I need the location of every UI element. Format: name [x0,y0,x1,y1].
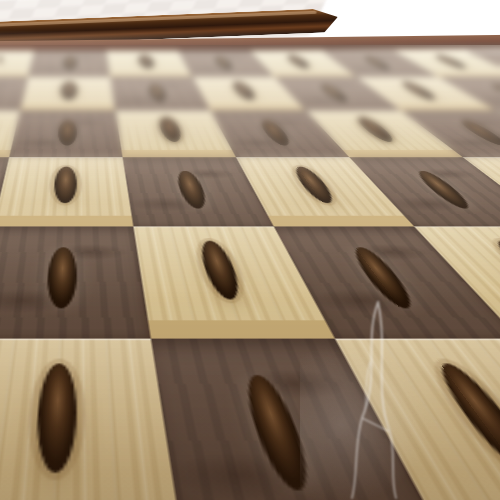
peg-hole [44,247,75,308]
square-b4 [0,226,151,338]
cobweb-strand [352,302,378,498]
photo-empty-travel-chessboard [0,0,500,500]
peg-hole [195,241,244,300]
peg-hole [346,247,420,308]
depth-blur [0,45,500,180]
peg-hole [32,363,75,472]
cobweb-strand [378,302,396,498]
peg-hole [487,241,500,300]
cobweb [312,300,482,500]
